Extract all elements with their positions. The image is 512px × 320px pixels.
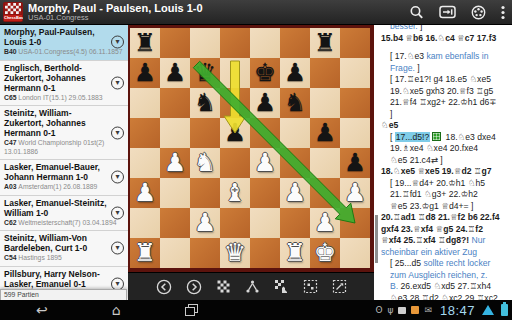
square-e5[interactable] xyxy=(250,118,280,148)
comment-text: kam ebenfalls in xyxy=(426,51,488,61)
board-column: ♜♜♟♟♛♚♟♞♟♞♟♟♟♞♟♟♟♝♟♟♟♟♜♛♜♚ xyxy=(128,25,374,300)
notation-line: ♘e3 28.♖d2 ♘xc2 29.♖xc2 xyxy=(381,293,510,301)
square-b6[interactable] xyxy=(160,88,190,118)
white-pawn: ♟ xyxy=(314,208,336,238)
white-pawn: ♟ xyxy=(194,208,216,238)
square-b2[interactable] xyxy=(160,208,190,238)
notation-line: ] xyxy=(381,109,510,121)
square-g6[interactable] xyxy=(310,88,340,118)
square-b4[interactable]: ♟ xyxy=(160,148,190,178)
game-list-item[interactable]: Lasker, Emanuel-Steinitz, William 1-0C62… xyxy=(0,196,128,232)
square-f4[interactable] xyxy=(280,148,310,178)
variation-moves[interactable]: [ 17.♘e3 xyxy=(390,51,426,61)
square-d2[interactable] xyxy=(220,208,250,238)
variation-moves[interactable]: ♕e5 23.♔g1 ♕d4+= ] xyxy=(390,201,473,211)
game-detail: B40 USA-01.Congress(4.5) 06.11.1857 xyxy=(4,48,125,57)
home-button[interactable]: ⌂ xyxy=(112,301,121,319)
square-f5[interactable] xyxy=(280,118,310,148)
black-pawn: ♟ xyxy=(344,148,366,178)
chat-icon xyxy=(398,307,406,314)
chess-board[interactable]: ♜♜♟♟♛♚♟♞♟♞♟♟♟♞♟♟♟♝♟♟♟♟♜♛♜♚ xyxy=(130,28,370,268)
notation-line: ♕xf4 25.♖xf4 ♖dg8?! Nur xyxy=(381,235,510,247)
show-board-button[interactable] xyxy=(216,279,231,294)
comment-text: B. xyxy=(390,281,401,291)
variation-moves[interactable]: 21.♖fd1 ♘g3+ 22.♔h2 xyxy=(390,189,478,199)
square-d1[interactable]: ♛ xyxy=(220,238,250,268)
notation-line: zum Ausgleich reichen, z. xyxy=(381,270,510,282)
game-title: Steinitz, William-Zukertort, Johannes He… xyxy=(4,108,125,138)
white-queen: ♛ xyxy=(224,238,246,268)
black-pawn: ♟ xyxy=(284,58,306,88)
square-c7[interactable]: ♛ xyxy=(190,58,220,88)
square-g4[interactable] xyxy=(310,148,340,178)
notation-line: 15.b4 ♕b6 16.♘c4 ♕c7 17.f3 xyxy=(381,33,510,45)
games-count-footer: 599 Partien xyxy=(0,289,127,300)
notation-line: [ 25...d5 sollte recht locker xyxy=(381,258,510,270)
variation-moves[interactable]: 26.exd5 ♘xd5 27.♖xh4 xyxy=(401,281,491,291)
square-b5[interactable] xyxy=(160,118,190,148)
square-g3[interactable] xyxy=(310,178,340,208)
overflow-menu-icon[interactable] xyxy=(501,5,505,20)
square-d8[interactable] xyxy=(220,28,250,58)
variation-moves[interactable]: 19.♘xe5 gxh3 20.♕f3 ♖g5 xyxy=(390,86,493,96)
white-pawn: ♟ xyxy=(254,148,276,178)
variation-moves[interactable]: [ 17.♖e1?! g4 18.e5 ♘xe5 xyxy=(390,74,491,84)
square-d7[interactable] xyxy=(220,58,250,88)
notation-line: 21.♕f4 ♖xg2+ 22.♔h1 d6∓ xyxy=(381,97,510,109)
comment-text: sollte recht locker xyxy=(423,258,490,268)
square-d6[interactable] xyxy=(220,88,250,118)
notation-scrollbar[interactable] xyxy=(375,215,378,263)
notation-lines: besser. ]15.b4 ♕b6 16.♘c4 ♕c7 17.f3[ 17.… xyxy=(381,25,510,300)
notation-line: gxf4 23.♕xf4 ♕g5 24.♖f2 xyxy=(381,224,510,236)
square-g2[interactable]: ♟ xyxy=(310,208,340,238)
notation-line: ♕e5 23.♔g1 ♕d4+= ] xyxy=(381,201,510,213)
board-frame: ♜♜♟♟♛♚♟♞♟♞♟♟♟♞♟♟♟♝♟♟♟♟♜♛♜♚ xyxy=(128,25,374,272)
notation-line: scheinbar ein aktiver Zug xyxy=(381,247,510,259)
square-d3[interactable]: ♝ xyxy=(220,178,250,208)
black-knight: ♞ xyxy=(284,88,306,118)
recents-button[interactable] xyxy=(185,304,198,316)
variation-moves[interactable]: ] xyxy=(415,63,420,73)
game-title: Steinitz, William-Von Bardeleben, Curt 1… xyxy=(4,233,125,253)
wifi-icon xyxy=(482,305,494,315)
square-h4[interactable]: ♟ xyxy=(340,148,370,178)
chessbase-app: ChessBase Morphy, Paul - Paulsen, Louis … xyxy=(0,0,512,320)
white-pawn: ♟ xyxy=(164,148,186,178)
square-a2[interactable] xyxy=(130,208,160,238)
back-button[interactable]: ↩ xyxy=(36,301,48,319)
white-rook: ♜ xyxy=(134,238,156,268)
black-rook: ♜ xyxy=(314,28,336,58)
chessbase-logo-icon[interactable]: ChessBase xyxy=(3,2,23,22)
square-c6[interactable]: ♞ xyxy=(190,88,220,118)
logo-checker-pattern xyxy=(5,3,21,14)
white-knight: ♞ xyxy=(194,148,216,178)
square-e1[interactable] xyxy=(250,238,280,268)
variation-moves[interactable]: 18.♘e3 dxe4 xyxy=(443,132,496,142)
square-h1[interactable] xyxy=(340,238,370,268)
notification-icon: ʘ xyxy=(375,305,382,315)
board-toolbar xyxy=(128,272,374,300)
game-list-item[interactable]: Steinitz, William-Zukertort, Johannes He… xyxy=(0,106,128,160)
game-list-item[interactable]: Englisch, Berthold-Zukertort, Johannes H… xyxy=(0,61,128,107)
black-pawn: ♟ xyxy=(314,118,336,148)
black-pawn: ♟ xyxy=(224,118,246,148)
notation-line: Frage. ] xyxy=(381,63,510,75)
variation-moves[interactable]: 21.♕f4 ♖xg2+ 22.♔h1 d6∓ xyxy=(390,97,497,107)
square-b8[interactable] xyxy=(160,28,190,58)
expand-game-icon[interactable]: ▾ xyxy=(111,126,124,139)
game-title: Lasker, Emanuel-Steinitz, William 1-0 xyxy=(4,198,125,218)
square-e7[interactable]: ♚ xyxy=(250,58,280,88)
flip-board-button[interactable] xyxy=(332,279,347,294)
mainline-moves[interactable]: gxf4 23.♕xf4 ♕g5 24.♖f2 xyxy=(381,224,483,234)
notation-line: 20.♖ad1 ♖d8 21.♕f2 b6 22.f4 xyxy=(381,212,510,224)
mainline-moves[interactable]: 15.b4 ♕b6 16.♘c4 ♕c7 17.f3 xyxy=(381,33,496,43)
white-pawn: ♟ xyxy=(134,178,156,208)
game-title: Lasker, Emanuel-Bauer, Johann Hermann 1-… xyxy=(4,162,125,182)
square-e4[interactable]: ♟ xyxy=(250,148,280,178)
square-f8[interactable] xyxy=(280,28,310,58)
black-rook: ♜ xyxy=(134,28,156,58)
highlighted-move[interactable]: 17...d5!? xyxy=(395,132,430,142)
square-h8[interactable] xyxy=(340,28,370,58)
variation-moves[interactable]: [ 25...d5 xyxy=(390,258,423,268)
square-a8[interactable]: ♜ xyxy=(130,28,160,58)
square-f2[interactable] xyxy=(280,208,310,238)
square-e6[interactable]: ♟ xyxy=(250,88,280,118)
board-jump-icon[interactable] xyxy=(439,5,456,19)
comment-text: Frage. xyxy=(390,63,415,73)
square-c8[interactable] xyxy=(190,28,220,58)
square-h6[interactable] xyxy=(340,88,370,118)
square-e8[interactable] xyxy=(250,28,280,58)
square-e2[interactable] xyxy=(250,208,280,238)
square-d5[interactable]: ♟ xyxy=(220,118,250,148)
black-pawn: ♟ xyxy=(254,88,276,118)
notation-line: [ 17...d5!? 18.♘e3 dxe4 xyxy=(381,132,510,144)
rss-icon xyxy=(411,306,419,314)
search-icon[interactable] xyxy=(409,5,424,20)
comment-text: besser. xyxy=(390,25,418,31)
previous-move-button[interactable] xyxy=(156,279,172,295)
diagram-icon xyxy=(432,132,441,141)
variation-moves[interactable]: ♘e5 21.c4⇄ ] xyxy=(390,155,443,165)
mainline-moves[interactable]: 18.♘xe5 ♕xe5 19.♕d2 ♖g7 xyxy=(381,166,492,176)
notation-line: [ 19...♕d4+ 20.♔h1 ♘h5 xyxy=(381,178,510,190)
clock: 18:47 xyxy=(440,303,475,318)
white-bishop: ♝ xyxy=(224,178,246,208)
square-f6[interactable]: ♞ xyxy=(280,88,310,118)
black-king: ♚ xyxy=(254,58,276,88)
comment-text: scheinbar ein aktiver Zug xyxy=(381,247,477,257)
square-a4[interactable] xyxy=(130,148,160,178)
mainline-moves[interactable]: 20.♖ad1 ♖d8 21.♕f2 b6 22.f4 xyxy=(381,212,500,222)
comment-text: Nur xyxy=(471,235,485,245)
game-list-item[interactable]: Morphy, Paul-Paulsen, Louis 1-0B40 USA-0… xyxy=(0,25,128,61)
notation-line: [ 17.♖e1?! g4 18.e5 ♘xe5 xyxy=(381,74,510,86)
notation-line: 19.♗xe4 ♘xe4 20.fxe4 xyxy=(381,143,510,155)
system-status-bar: ↩ ⌂ ʘ ψ ✉ 18:47 xyxy=(0,300,512,320)
expand-game-icon[interactable]: ▾ xyxy=(111,242,124,255)
square-g5[interactable]: ♟ xyxy=(310,118,340,148)
engine-reel-icon[interactable] xyxy=(471,5,486,20)
game-detail: C54 Hastings 1895 xyxy=(4,254,125,263)
square-a7[interactable]: ♟ xyxy=(130,58,160,88)
game-detail: A03 Amsterdam(1) 26.08.1889 xyxy=(4,183,125,192)
notation-line: 19.♘xe5 gxh3 20.♕f3 ♖g5 xyxy=(381,86,510,98)
square-a6[interactable] xyxy=(130,88,160,118)
game-detail: C47 World Championship 01st(2) 13.01.188… xyxy=(4,139,125,156)
square-f1[interactable]: ♜ xyxy=(280,238,310,268)
game-list-item[interactable]: Steinitz, William-Von Bardeleben, Curt 1… xyxy=(0,231,128,267)
square-c3[interactable] xyxy=(190,178,220,208)
mail-icon: ✉ xyxy=(424,305,432,315)
notation-line: ♘e5 xyxy=(381,120,510,132)
black-pawn: ♟ xyxy=(134,58,156,88)
notation-line: besser. ] xyxy=(381,25,510,33)
game-detail: C62 Weltmeisterschaft(7) 03.04.1894 xyxy=(4,219,125,228)
notation-panel[interactable]: besser. ]15.b4 ♕b6 16.♘c4 ♕c7 17.f3[ 17.… xyxy=(374,25,512,300)
notation-line: ♘e5 21.c4⇄ ] xyxy=(381,155,510,167)
square-a3[interactable]: ♟ xyxy=(130,178,160,208)
square-a1[interactable]: ♜ xyxy=(130,238,160,268)
mainline-moves[interactable]: ♕xf4 25.♖xf4 ♖dg8?! xyxy=(381,235,471,245)
expand-game-icon[interactable]: ▾ xyxy=(111,76,124,89)
square-f3[interactable]: ♟ xyxy=(280,178,310,208)
square-f7[interactable]: ♟ xyxy=(280,58,310,88)
setup-position-button[interactable] xyxy=(274,279,289,294)
game-title: Morphy, Paul-Paulsen, Louis 1-0 xyxy=(4,27,125,47)
variation-moves[interactable]: [ 19...♕d4+ 20.♔h1 ♘h5 xyxy=(390,178,485,188)
square-b1[interactable] xyxy=(160,238,190,268)
logo-text: ChessBase xyxy=(4,15,22,21)
white-pawn: ♟ xyxy=(344,178,366,208)
variation-moves[interactable]: ] xyxy=(390,109,392,119)
black-pawn: ♟ xyxy=(164,58,186,88)
square-b3[interactable] xyxy=(160,178,190,208)
game-title: Pillsbury, Harry Nelson-Lasker, Emanuel … xyxy=(4,269,125,289)
game-list-item[interactable]: Lasker, Emanuel-Bauer, Johann Hermann 1-… xyxy=(0,160,128,196)
square-c1[interactable] xyxy=(190,238,220,268)
square-c2[interactable]: ♟ xyxy=(190,208,220,238)
variation-moves[interactable]: ♘e3 28.♖d2 ♘xc2 29.♖xc2 xyxy=(390,293,498,301)
square-g8[interactable]: ♜ xyxy=(310,28,340,58)
games-sidebar: Morphy, Paul-Paulsen, Louis 1-0B40 USA-0… xyxy=(0,25,128,300)
square-g7[interactable] xyxy=(310,58,340,88)
square-h2[interactable] xyxy=(340,208,370,238)
comment-text: zum Ausgleich reichen, z. xyxy=(390,270,487,280)
usb-icon: ψ xyxy=(387,305,393,315)
square-b7[interactable]: ♟ xyxy=(160,58,190,88)
expand-game-icon[interactable]: ▾ xyxy=(111,36,124,49)
square-h5[interactable] xyxy=(340,118,370,148)
games-list: Morphy, Paul-Paulsen, Louis 1-0B40 USA-0… xyxy=(0,25,128,300)
notation-line: 18.♘xe5 ♕xe5 19.♕d2 ♖g7 xyxy=(381,166,510,178)
square-h7[interactable] xyxy=(340,58,370,88)
expand-game-icon[interactable]: ▾ xyxy=(111,171,124,184)
black-queen: ♛ xyxy=(194,58,216,88)
game-detail: C65 London IT(15.1) 29.05.1883 xyxy=(4,94,125,103)
square-g1[interactable]: ♚ xyxy=(310,238,340,268)
square-c4[interactable]: ♞ xyxy=(190,148,220,178)
top-bar: ChessBase Morphy, Paul - Paulsen, Louis … xyxy=(0,0,512,25)
board-options-button[interactable] xyxy=(303,279,318,294)
notation-line: [ 17.♘e3 kam ebenfalls in xyxy=(381,51,510,63)
black-knight: ♞ xyxy=(194,88,216,118)
next-move-button[interactable] xyxy=(186,279,202,295)
square-h3[interactable]: ♟ xyxy=(340,178,370,208)
square-d4[interactable] xyxy=(220,148,250,178)
white-rook: ♜ xyxy=(284,238,306,268)
expand-game-icon[interactable]: ▾ xyxy=(111,206,124,219)
window-subtitle: USA-01.Congress xyxy=(28,14,409,22)
white-pawn: ♟ xyxy=(284,178,306,208)
variation-moves[interactable]: 19.♗xe4 ♘xe4 20.fxe4 xyxy=(390,143,478,153)
variations-button[interactable] xyxy=(245,279,260,294)
game-title: Englisch, Berthold-Zukertort, Johannes H… xyxy=(4,63,125,93)
variation-moves[interactable]: ] xyxy=(418,25,423,31)
white-king: ♚ xyxy=(314,238,336,268)
square-c5[interactable] xyxy=(190,118,220,148)
battery-icon xyxy=(501,304,508,316)
mainline-moves[interactable]: ♘e5 xyxy=(381,120,398,130)
notation-spacer xyxy=(381,44,510,51)
notation-line: B. 26.exd5 ♘xd5 27.♖xh4 xyxy=(381,281,510,293)
square-e3[interactable] xyxy=(250,178,280,208)
square-a5[interactable] xyxy=(130,118,160,148)
notation-line: 21.♖fd1 ♘g3+ 22.♔h2 xyxy=(381,189,510,201)
